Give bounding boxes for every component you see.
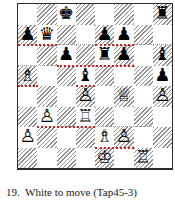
black-pawn[interactable]: ♟ [116, 25, 132, 43]
square-a3[interactable] [18, 107, 37, 128]
square-d5[interactable]: ♝ [76, 66, 95, 87]
square-f8[interactable] [114, 4, 133, 25]
black-pawn[interactable]: ♟ [97, 25, 113, 43]
white-king[interactable]: ♔ [97, 148, 113, 166]
square-h7[interactable] [153, 25, 172, 46]
black-bishop[interactable]: ♝ [154, 45, 170, 63]
white-rook[interactable]: ♖ [77, 107, 93, 125]
black-pawn[interactable]: ♟ [58, 45, 74, 63]
square-d7[interactable] [76, 25, 95, 46]
square-d1[interactable] [76, 148, 95, 169]
square-h2[interactable] [153, 127, 172, 148]
square-g8[interactable] [134, 4, 153, 25]
square-c2[interactable] [57, 127, 76, 148]
white-pawn[interactable]: ♙ [116, 127, 132, 145]
chess-diagram-page: ♚♜♟♛♟♟♟♜♟♝♗♝♟♙♕♙♙♖♙♗♙♔♖ 19. White to mov… [0, 0, 175, 210]
square-b6[interactable] [37, 45, 56, 66]
square-e1[interactable]: ♔ [95, 148, 114, 169]
white-pawn[interactable]: ♙ [39, 107, 55, 125]
square-c6[interactable]: ♟ [57, 45, 76, 66]
square-a7[interactable]: ♟ [18, 25, 37, 46]
square-h4[interactable]: ♙ [153, 86, 172, 107]
square-g1[interactable]: ♖ [134, 148, 153, 169]
chess-board: ♚♜♟♛♟♟♟♜♟♝♗♝♟♙♕♙♙♖♙♗♙♔♖ [17, 3, 173, 170]
square-f6[interactable]: ♟ [114, 45, 133, 66]
white-bishop[interactable]: ♗ [97, 127, 113, 145]
square-g5[interactable] [134, 66, 153, 87]
square-a2[interactable]: ♙ [18, 127, 37, 148]
white-pawn[interactable]: ♙ [154, 86, 170, 104]
square-h3[interactable] [153, 107, 172, 128]
white-bishop[interactable]: ♗ [20, 66, 36, 84]
square-b3[interactable]: ♙ [37, 107, 56, 128]
square-c8[interactable]: ♚ [57, 4, 76, 25]
square-e8[interactable] [95, 4, 114, 25]
white-queen[interactable]: ♕ [116, 86, 132, 104]
black-pawn[interactable]: ♟ [154, 66, 170, 84]
square-e3[interactable] [95, 107, 114, 128]
square-d4[interactable]: ♙ [76, 86, 95, 107]
square-b8[interactable] [37, 4, 56, 25]
square-e5[interactable] [95, 66, 114, 87]
square-b7[interactable]: ♛ [37, 25, 56, 46]
black-rook[interactable]: ♜ [97, 45, 113, 63]
black-queen[interactable]: ♛ [39, 25, 55, 43]
square-d3[interactable]: ♖ [76, 107, 95, 128]
square-f2[interactable]: ♙ [114, 127, 133, 148]
square-g3[interactable] [134, 107, 153, 128]
square-e7[interactable]: ♟ [95, 25, 114, 46]
square-h5[interactable]: ♟ [153, 66, 172, 87]
square-b1[interactable] [37, 148, 56, 169]
square-b2[interactable] [37, 127, 56, 148]
square-f5[interactable] [114, 66, 133, 87]
square-e4[interactable] [95, 86, 114, 107]
square-a1[interactable] [18, 148, 37, 169]
white-pawn[interactable]: ♙ [77, 86, 93, 104]
square-g4[interactable] [134, 86, 153, 107]
square-a4[interactable] [18, 86, 37, 107]
square-e2[interactable]: ♗ [95, 127, 114, 148]
square-h6[interactable]: ♝ [153, 45, 172, 66]
square-h8[interactable]: ♜ [153, 4, 172, 25]
diagram-caption: 19. White to move (Tap45-3) [6, 186, 174, 198]
square-d8[interactable] [76, 4, 95, 25]
black-rook[interactable]: ♜ [154, 4, 170, 22]
square-c4[interactable] [57, 86, 76, 107]
square-a5[interactable]: ♗ [18, 66, 37, 87]
square-f1[interactable] [114, 148, 133, 169]
black-pawn[interactable]: ♟ [116, 45, 132, 63]
square-d6[interactable] [76, 45, 95, 66]
black-bishop[interactable]: ♝ [77, 66, 93, 84]
square-a6[interactable] [18, 45, 37, 66]
square-f3[interactable] [114, 107, 133, 128]
square-c3[interactable] [57, 107, 76, 128]
square-h1[interactable] [153, 148, 172, 169]
square-f7[interactable]: ♟ [114, 25, 133, 46]
square-b4[interactable] [37, 86, 56, 107]
white-rook[interactable]: ♖ [135, 148, 151, 166]
square-e6[interactable]: ♜ [95, 45, 114, 66]
square-g6[interactable] [134, 45, 153, 66]
square-a8[interactable] [18, 4, 37, 25]
black-pawn[interactable]: ♟ [20, 25, 36, 43]
square-g7[interactable] [134, 25, 153, 46]
square-c5[interactable] [57, 66, 76, 87]
black-king[interactable]: ♚ [58, 4, 74, 22]
square-c7[interactable] [57, 25, 76, 46]
square-g2[interactable] [134, 127, 153, 148]
square-c1[interactable] [57, 148, 76, 169]
square-f4[interactable]: ♕ [114, 86, 133, 107]
square-d2[interactable] [76, 127, 95, 148]
square-b5[interactable] [37, 66, 56, 87]
white-pawn[interactable]: ♙ [20, 127, 36, 145]
